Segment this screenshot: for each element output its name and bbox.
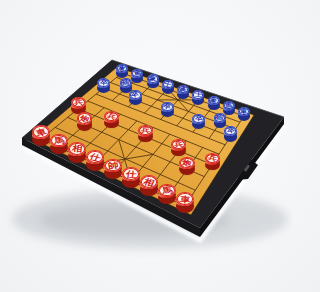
piece-glyph: 炮 [182,158,193,167]
piece-face: 相 [68,142,86,156]
piece-face: 卒 [129,90,142,100]
piece-face: 兵 [71,97,86,109]
piece-glyph: 將 [179,86,187,92]
piece-face: 仕 [86,150,104,164]
piece-glyph: 馬 [225,103,233,110]
piece-glyph: 卒 [131,91,140,98]
piece-glyph: 馬 [161,186,173,195]
piece-red-soldier: 兵 [171,139,186,157]
piece-face: 炮 [179,157,195,169]
piece-glyph: 兵 [173,141,183,149]
piece-glyph: 兵 [206,154,217,163]
piece-red-general: 帥 [104,159,122,180]
piece-glyph: 車 [179,195,190,204]
piece-face: 帥 [104,159,122,173]
piece-red-advisor: 仕 [122,167,140,188]
piece-glyph: 馬 [53,136,65,145]
product-photo: 車馬象士將士象馬車砲砲卒卒卒卒卒兵兵兵兵兵炮炮車馬相仕帥仕相馬車 [0,0,292,292]
piece-glyph: 相 [142,177,155,187]
piece-face: 士 [192,90,204,99]
piece-glyph: 士 [163,81,172,88]
piece-red-chariot: 車 [176,192,194,213]
piece-face: 象 [208,96,220,105]
piece-face: 炮 [77,112,93,124]
piece-blue-soldier: 卒 [224,126,237,142]
piece-glyph: 炮 [79,114,90,123]
piece-glyph: 兵 [140,127,150,135]
piece-face: 車 [116,64,128,73]
piece-blue-chariot: 車 [238,107,250,121]
piece-glyph: 仕 [88,152,101,162]
piece-glyph: 砲 [216,115,225,122]
pieces-layer: 車馬象士將士象馬車砲砲卒卒卒卒卒兵兵兵兵兵炮炮車馬相仕帥仕相馬車 [0,0,292,292]
piece-red-elephant: 相 [68,142,86,163]
piece-glyph: 士 [194,92,202,98]
piece-glyph: 車 [240,108,248,114]
piece-face: 車 [238,107,250,116]
piece-glyph: 兵 [106,112,117,121]
piece-face: 兵 [205,153,220,165]
piece-glyph: 帥 [107,161,119,170]
piece-glyph: 馬 [133,70,141,76]
piece-face: 車 [176,192,194,206]
piece-blue-advisor: 士 [162,80,174,94]
piece-face: 象 [147,74,159,83]
piece-red-elephant: 相 [140,175,158,196]
piece-face: 相 [140,175,158,189]
piece-glyph: 仕 [125,170,136,179]
piece-red-cannon: 炮 [179,157,195,176]
piece-face: 馬 [50,134,68,148]
piece-glyph: 卒 [195,116,203,123]
piece-red-soldier: 兵 [104,111,119,129]
piece-face: 士 [162,80,174,89]
piece-glyph: 象 [149,76,157,82]
piece-red-soldier: 兵 [205,153,220,171]
piece-blue-advisor: 士 [192,90,204,104]
piece-glyph: 相 [71,144,83,153]
piece-red-advisor: 仕 [86,150,104,171]
piece-blue-general: 將 [177,85,189,99]
piece-blue-chariot: 車 [116,64,128,78]
piece-face: 車 [32,125,50,139]
piece-blue-soldier: 卒 [161,102,174,118]
piece-red-soldier: 兵 [138,125,153,143]
piece-face: 兵 [138,125,153,137]
piece-glyph: 卒 [162,103,172,111]
piece-face: 卒 [161,102,174,112]
piece-blue-soldier: 卒 [129,90,142,106]
piece-glyph: 車 [34,127,47,137]
piece-red-horse: 馬 [50,134,68,155]
piece-glyph: 砲 [122,80,131,87]
piece-face: 仕 [122,167,140,181]
piece-glyph: 車 [117,65,126,72]
piece-blue-elephant: 象 [208,96,220,110]
piece-glyph: 卒 [226,128,235,135]
piece-blue-soldier: 卒 [192,114,205,130]
piece-face: 卒 [97,78,110,88]
piece-blue-horse: 馬 [131,69,143,83]
piece-glyph: 卒 [99,79,108,86]
piece-glyph: 兵 [73,99,83,107]
piece-red-chariot: 車 [32,125,50,146]
piece-red-cannon: 炮 [77,112,93,131]
piece-blue-elephant: 象 [147,74,159,88]
piece-glyph: 象 [209,97,218,104]
piece-face: 砲 [214,113,227,123]
piece-red-horse: 馬 [158,184,176,205]
piece-blue-soldier: 卒 [97,78,110,94]
